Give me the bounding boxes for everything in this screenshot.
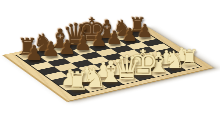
piece-black-pawn-d7: ♟: [75, 34, 92, 53]
piece-black-pawn-a7: ♟: [25, 43, 43, 63]
piece-black-pawn-g7: ♟: [122, 25, 138, 43]
piece-black-pawn-c7: ♟: [58, 37, 75, 56]
piece-black-pawn-e7: ♟: [91, 31, 108, 50]
piece-black-pawn-h7: ♟: [137, 23, 153, 41]
piece-black-pawn-f7: ♟: [106, 28, 122, 46]
piece-white-rook-a1: ♜: [66, 69, 89, 94]
chess-set-photo: ♜♞♟♝♟♚♟♛♟♝♟♞♟♜♟♟♟♟♜♟♞♟♝♟♚♟♛♟♝♟♞♜: [0, 0, 220, 116]
piece-black-pawn-b7: ♟: [42, 40, 60, 60]
